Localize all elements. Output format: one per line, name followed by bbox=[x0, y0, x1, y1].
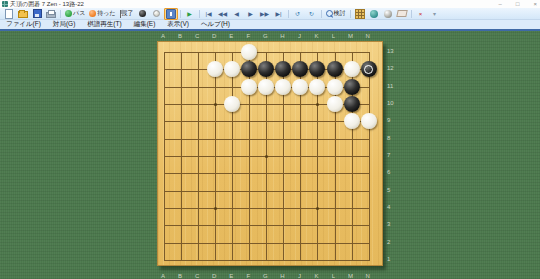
toolbar-overflow-button-glyph: ▾ bbox=[433, 10, 436, 17]
stone-white-M12 bbox=[344, 61, 360, 77]
col-label-bottom-B: B bbox=[176, 272, 184, 279]
stone-white-E10 bbox=[224, 96, 240, 112]
stone-white-D12 bbox=[207, 61, 223, 77]
floppy-icon bbox=[33, 9, 42, 18]
grid-line-h bbox=[164, 260, 370, 261]
stone-style-button[interactable] bbox=[381, 8, 395, 20]
col-label-top-F: F bbox=[244, 32, 252, 40]
rotate-right-button[interactable]: ↻ bbox=[305, 8, 319, 20]
row-label-7: 7 bbox=[387, 151, 399, 159]
application-window: 天頂の囲碁 7 Zen - 13路-22 –□× パス待った投了▶|◀◀◀◀▶▶… bbox=[0, 0, 540, 279]
col-label-bottom-K: K bbox=[312, 272, 320, 279]
maximize-button[interactable]: □ bbox=[516, 0, 520, 8]
close-game-button-glyph: × bbox=[419, 11, 423, 17]
stone-ball-icon bbox=[384, 10, 392, 18]
analyze-button-label: 検討 bbox=[334, 9, 346, 18]
score-button[interactable] bbox=[150, 8, 164, 20]
stone-black-J12 bbox=[292, 61, 308, 77]
board-icon bbox=[355, 9, 365, 19]
star-point-K4 bbox=[316, 207, 319, 210]
rotate-right-button-glyph: ↻ bbox=[309, 10, 314, 17]
row-label-5: 5 bbox=[387, 186, 399, 194]
grid-line-h bbox=[164, 243, 370, 244]
row-label-2: 2 bbox=[387, 238, 399, 246]
close-game-button[interactable]: × bbox=[414, 8, 428, 20]
last-move-marker bbox=[364, 65, 373, 74]
star-point-D4 bbox=[214, 207, 217, 210]
resign-button[interactable]: 投了 bbox=[118, 8, 136, 20]
col-label-bottom-A: A bbox=[159, 272, 167, 279]
save-button[interactable] bbox=[30, 8, 44, 20]
globe-icon bbox=[370, 10, 378, 18]
star-point-G7 bbox=[265, 155, 268, 158]
col-label-bottom-D: D bbox=[210, 272, 218, 279]
toolbar-separator bbox=[199, 10, 200, 18]
rotate-left-button[interactable]: ↺ bbox=[291, 8, 305, 20]
eraser-button[interactable] bbox=[395, 8, 409, 20]
toolbar-overflow-button[interactable]: ▾ bbox=[428, 8, 442, 20]
globe-button[interactable] bbox=[367, 8, 381, 20]
row-label-8: 8 bbox=[387, 134, 399, 142]
stone-white-K11 bbox=[309, 79, 325, 95]
stone-black-H12 bbox=[275, 61, 291, 77]
minimize-button[interactable]: – bbox=[499, 0, 502, 8]
stone-black-L12 bbox=[327, 61, 343, 77]
nav-fastforward-button[interactable]: ▶▶ bbox=[258, 8, 272, 20]
col-label-top-C: C bbox=[193, 32, 201, 40]
stone-white-M9 bbox=[344, 113, 360, 129]
nav-rewind-button[interactable]: ◀◀ bbox=[216, 8, 230, 20]
grid-line-h bbox=[164, 191, 370, 192]
row-label-10: 10 bbox=[387, 99, 399, 107]
flag-icon bbox=[120, 10, 121, 18]
window-title: 天頂の囲碁 7 Zen - 13路-22 bbox=[10, 0, 84, 8]
nav-back-button[interactable]: ◀ bbox=[230, 8, 244, 20]
row-label-9: 9 bbox=[387, 116, 399, 124]
board-style-button[interactable] bbox=[353, 8, 367, 20]
col-label-bottom-N: N bbox=[364, 272, 372, 279]
dot-green-icon bbox=[65, 10, 72, 17]
col-label-top-L: L bbox=[330, 32, 338, 40]
toolbar-separator bbox=[180, 10, 181, 18]
nav-forward-button[interactable]: ▶ bbox=[244, 8, 258, 20]
close-button[interactable]: × bbox=[533, 0, 537, 8]
grid-line-h bbox=[164, 208, 370, 209]
col-label-bottom-F: F bbox=[244, 272, 252, 279]
menu-item-3[interactable]: 編集(E) bbox=[128, 20, 162, 29]
window-controls: –□× bbox=[499, 0, 537, 8]
col-label-top-A: A bbox=[159, 32, 167, 40]
stone-white-L10 bbox=[327, 96, 343, 112]
menu-item-0[interactable]: ファイル(F) bbox=[0, 20, 47, 29]
nav-last-button-glyph: ▶| bbox=[275, 10, 281, 17]
title-bar[interactable]: 天頂の囲碁 7 Zen - 13路-22 –□× bbox=[0, 0, 540, 8]
stone-white-L11 bbox=[327, 79, 343, 95]
analyze-button[interactable]: 検討 bbox=[324, 8, 348, 20]
menu-item-4[interactable]: 表示(V) bbox=[161, 20, 195, 29]
row-label-13: 13 bbox=[387, 47, 399, 55]
hint-button[interactable] bbox=[136, 8, 150, 20]
stone-white-F13 bbox=[241, 44, 257, 60]
col-label-bottom-H: H bbox=[278, 272, 286, 279]
info-icon bbox=[166, 9, 176, 19]
stone-dark-icon bbox=[139, 10, 146, 17]
dot-orange-icon bbox=[89, 10, 96, 17]
row-label-11: 11 bbox=[387, 82, 399, 90]
stone-black-K12 bbox=[309, 61, 325, 77]
star-point-D10 bbox=[214, 103, 217, 106]
folder-icon bbox=[18, 11, 28, 18]
nav-forward-button-glyph: ▶ bbox=[248, 10, 253, 17]
grid-line-v bbox=[369, 52, 370, 261]
stone-white-E12 bbox=[224, 61, 240, 77]
grid-line-h bbox=[164, 173, 370, 174]
play-button[interactable]: ▶ bbox=[183, 8, 197, 20]
nav-first-button[interactable]: |◀ bbox=[202, 8, 216, 20]
stone-black-N12 bbox=[361, 61, 377, 77]
col-label-bottom-E: E bbox=[227, 272, 235, 279]
stone-white-N9 bbox=[361, 113, 377, 129]
open-file-button[interactable] bbox=[16, 8, 30, 20]
stone-white-G11 bbox=[258, 79, 274, 95]
col-label-bottom-L: L bbox=[330, 272, 338, 279]
play-button-glyph: ▶ bbox=[187, 10, 192, 17]
stone-black-M11 bbox=[344, 79, 360, 95]
pass-button-label: パス bbox=[73, 9, 85, 18]
star-point-K10 bbox=[316, 103, 319, 106]
col-label-top-N: N bbox=[364, 32, 372, 40]
row-label-3: 3 bbox=[387, 220, 399, 228]
grid-line-h bbox=[164, 225, 370, 226]
col-label-top-K: K bbox=[312, 32, 320, 40]
col-label-top-E: E bbox=[227, 32, 235, 40]
stone-white-F11 bbox=[241, 79, 257, 95]
col-label-top-B: B bbox=[176, 32, 184, 40]
stone-black-F12 bbox=[241, 61, 257, 77]
stone-white-J11 bbox=[292, 79, 308, 95]
toolbar-separator bbox=[411, 10, 412, 18]
col-label-bottom-G: G bbox=[261, 272, 269, 279]
pass-button[interactable]: パス bbox=[63, 8, 87, 20]
row-label-6: 6 bbox=[387, 168, 399, 176]
print-button[interactable] bbox=[44, 8, 58, 20]
col-label-bottom-C: C bbox=[193, 272, 201, 279]
stone-light-icon bbox=[153, 10, 160, 17]
nav-fastforward-button-glyph: ▶▶ bbox=[260, 10, 269, 17]
toolbar-separator bbox=[350, 10, 351, 18]
menu-item-5[interactable]: ヘルプ(H) bbox=[195, 20, 236, 29]
col-label-top-D: D bbox=[210, 32, 218, 40]
menu-item-2[interactable]: 棋譜再生(T) bbox=[81, 20, 127, 29]
toolbar-separator bbox=[321, 10, 322, 18]
printer-icon bbox=[46, 12, 56, 18]
col-label-bottom-M: M bbox=[347, 272, 355, 279]
magnifier-icon bbox=[326, 10, 333, 17]
rotate-left-button-glyph: ↺ bbox=[295, 10, 300, 17]
nav-rewind-button-glyph: ◀◀ bbox=[218, 10, 227, 17]
new-file-button[interactable] bbox=[2, 8, 16, 20]
nav-first-button-glyph: |◀ bbox=[205, 10, 211, 17]
row-label-12: 12 bbox=[387, 64, 399, 72]
stone-black-G12 bbox=[258, 61, 274, 77]
board-background: AABBCCDDEEFFGGHHJJKKLLMMNN13121110987654… bbox=[0, 31, 540, 279]
toolbar-separator bbox=[60, 10, 61, 18]
stone-white-H11 bbox=[275, 79, 291, 95]
col-label-bottom-J: J bbox=[295, 272, 303, 279]
page-icon bbox=[5, 9, 13, 19]
col-label-top-J: J bbox=[295, 32, 303, 40]
col-label-top-M: M bbox=[347, 32, 355, 40]
row-label-4: 4 bbox=[387, 203, 399, 211]
info-toggle-button[interactable] bbox=[164, 8, 178, 20]
menu-bar: ファイル(F)対局(G)棋譜再生(T)編集(E)表示(V)ヘルプ(H) bbox=[0, 20, 540, 29]
undo-button-label: 待った bbox=[97, 9, 115, 18]
stone-black-M10 bbox=[344, 96, 360, 112]
eraser-icon bbox=[396, 10, 407, 17]
undo-button[interactable]: 待った bbox=[87, 8, 117, 20]
row-label-1: 1 bbox=[387, 255, 399, 263]
col-label-top-G: G bbox=[261, 32, 269, 40]
col-label-top-H: H bbox=[278, 32, 286, 40]
menu-item-1[interactable]: 対局(G) bbox=[47, 20, 81, 29]
nav-back-button-glyph: ◀ bbox=[234, 10, 239, 17]
nav-last-button[interactable]: ▶| bbox=[272, 8, 286, 20]
app-icon bbox=[2, 1, 8, 7]
toolbar: パス待った投了▶|◀◀◀◀▶▶▶▶|↺↻検討×▾ bbox=[0, 8, 540, 20]
go-board[interactable] bbox=[157, 41, 383, 266]
toolbar-separator bbox=[288, 10, 289, 18]
